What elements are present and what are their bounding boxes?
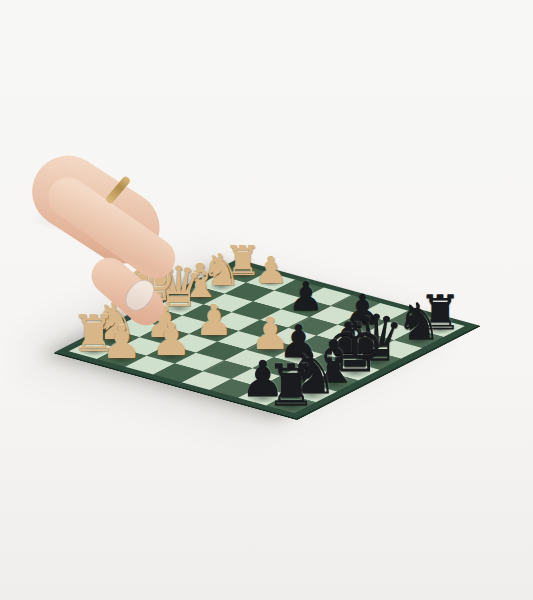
piece-white-p-e3[interactable]: ♟ bbox=[195, 298, 233, 341]
piece-white-p-h2[interactable]: ♟ bbox=[101, 321, 142, 366]
piece-black-p-b4[interactable]: ♟ bbox=[288, 276, 324, 316]
piece-white-p-g3[interactable]: ♟ bbox=[151, 318, 191, 363]
scene: ♜♞♛♚♝♞♜♟♟♟♟♟♟♟♟♟♟♟♜♞♝♛♞♜ ♚ bbox=[0, 0, 533, 600]
piece-black-r-h8[interactable]: ♜ bbox=[265, 356, 316, 413]
piece-white-p-a2[interactable]: ♟ bbox=[254, 252, 287, 289]
